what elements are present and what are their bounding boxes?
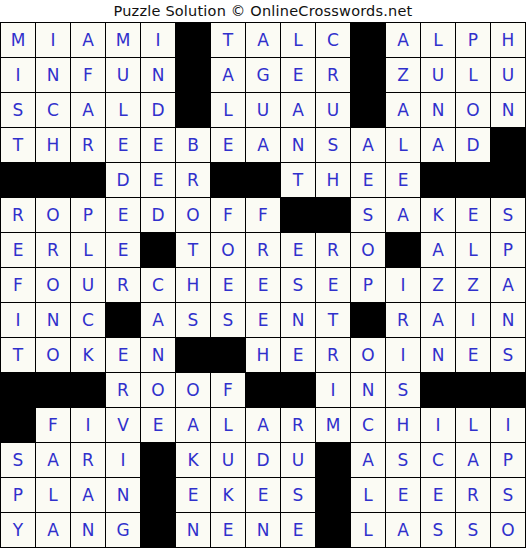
grid-cell: H [386,408,421,443]
grid-cell: K [421,198,456,233]
grid-cell: K [176,443,211,478]
grid-cell: R [456,478,491,513]
block-cell [316,478,351,513]
grid-cell: M [1,23,36,58]
grid-cell: E [141,128,176,163]
grid-cell: A [246,128,281,163]
grid-cell: A [421,233,456,268]
grid-cell: H [246,338,281,373]
block-cell [176,23,211,58]
grid-cell: A [211,58,246,93]
grid-cell: A [386,513,421,548]
grid-cell: R [71,443,106,478]
block-cell [211,338,246,373]
grid-cell: C [351,408,386,443]
grid-cell: U [71,268,106,303]
block-cell [1,408,36,443]
grid-cell: G [246,58,281,93]
grid-cell: U [316,93,351,128]
grid-cell: C [421,443,456,478]
grid-cell: H [491,23,526,58]
grid-cell: L [351,478,386,513]
grid-cell: A [281,93,316,128]
grid-cell: O [36,268,71,303]
grid-cell: S [386,373,421,408]
grid-cell: T [211,23,246,58]
grid-cell: A [71,93,106,128]
grid-cell: O [176,373,211,408]
block-cell [141,478,176,513]
grid-cell: R [106,268,141,303]
grid-cell: N [71,513,106,548]
grid-cell: N [351,373,386,408]
grid-cell: S [1,443,36,478]
grid-cell: E [386,478,421,513]
grid-cell: H [176,268,211,303]
grid-cell: I [316,373,351,408]
grid-cell: I [456,303,491,338]
grid-cell: R [246,233,281,268]
grid-cell: N [246,513,281,548]
block-cell [141,513,176,548]
grid-cell: A [421,303,456,338]
grid-cell: P [1,478,36,513]
grid-cell: R [36,233,71,268]
block-cell [351,58,386,93]
grid-cell: E [106,128,141,163]
grid-cell: E [246,478,281,513]
grid-cell: R [316,338,351,373]
grid-cell: V [106,408,141,443]
grid-cell: A [386,198,421,233]
grid-cell: T [1,128,36,163]
grid-cell: A [386,23,421,58]
grid-cell: N [36,58,71,93]
grid-cell: A [421,128,456,163]
grid-cell: E [456,198,491,233]
grid-cell: L [421,23,456,58]
grid-cell: N [141,338,176,373]
block-cell [71,373,106,408]
grid-cell: F [36,408,71,443]
grid-cell: S [491,198,526,233]
block-cell [176,58,211,93]
grid-cell: S [386,443,421,478]
grid-cell: I [71,408,106,443]
grid-cell: F [71,58,106,93]
grid-cell: A [351,128,386,163]
grid-cell: S [281,478,316,513]
grid-cell: A [456,443,491,478]
block-cell [456,373,491,408]
block-cell [351,303,386,338]
grid-cell: T [176,233,211,268]
grid-cell: E [281,513,316,548]
grid-cell: F [211,198,246,233]
grid-cell: I [386,268,421,303]
grid-cell: L [211,93,246,128]
grid-cell: O [36,338,71,373]
page-title: Puzzle Solution © OnlineCrosswords.net [0,0,526,22]
grid-cell: D [246,443,281,478]
grid-cell: C [36,93,71,128]
grid-cell: U [281,443,316,478]
grid-cell: N [141,58,176,93]
grid-cell: A [351,443,386,478]
grid-cell: S [316,128,351,163]
grid-cell: P [491,443,526,478]
block-cell [491,128,526,163]
grid-cell: P [71,198,106,233]
grid-cell: F [211,373,246,408]
grid-cell: R [316,58,351,93]
grid-cell: A [386,93,421,128]
grid-cell: E [106,233,141,268]
block-cell [491,373,526,408]
grid-cell: N [421,93,456,128]
grid-cell: C [316,23,351,58]
grid-cell: P [491,233,526,268]
block-cell [281,198,316,233]
grid-cell: I [141,23,176,58]
grid-cell: Z [386,58,421,93]
grid-cell: E [176,478,211,513]
grid-cell: I [106,443,141,478]
grid-cell: S [421,513,456,548]
block-cell [316,513,351,548]
grid-cell: L [106,93,141,128]
grid-cell: Z [456,268,491,303]
grid-cell: K [211,478,246,513]
grid-cell: E [281,233,316,268]
grid-cell: E [211,128,246,163]
grid-cell: U [211,443,246,478]
grid-cell: M [316,408,351,443]
grid-cell: L [211,408,246,443]
grid-cell: S [176,303,211,338]
grid-cell: N [281,303,316,338]
grid-cell: E [281,338,316,373]
grid-cell: F [1,268,36,303]
block-cell [141,233,176,268]
grid-cell: O [211,233,246,268]
grid-cell: N [491,303,526,338]
block-cell [106,303,141,338]
grid-cell: S [211,303,246,338]
grid-cell: A [36,443,71,478]
grid-cell: C [141,268,176,303]
grid-cell: F [246,198,281,233]
grid-cell: L [456,233,491,268]
block-cell [456,163,491,198]
block-cell [176,338,211,373]
grid-cell: O [491,513,526,548]
grid-cell: N [106,478,141,513]
block-cell [71,163,106,198]
grid-cell: L [456,408,491,443]
block-cell [36,163,71,198]
grid-cell: O [36,198,71,233]
grid-cell: N [176,513,211,548]
grid-cell: U [421,58,456,93]
grid-cell: C [71,303,106,338]
grid-cell: S [491,478,526,513]
grid-cell: E [141,163,176,198]
grid-cell: P [456,23,491,58]
grid-cell: L [351,513,386,548]
grid-cell: R [106,373,141,408]
grid-cell: L [456,58,491,93]
grid-cell: R [71,128,106,163]
block-cell [316,198,351,233]
grid-cell: E [281,58,316,93]
grid-cell: E [351,163,386,198]
grid-cell: R [176,163,211,198]
grid-cell: H [316,163,351,198]
grid-cell: A [141,303,176,338]
block-cell [351,93,386,128]
grid-cell: D [456,128,491,163]
grid-cell: E [386,163,421,198]
grid-cell: O [351,338,386,373]
grid-cell: E [106,198,141,233]
block-cell [386,233,421,268]
block-cell [1,163,36,198]
grid-cell: L [281,23,316,58]
grid-cell: A [246,408,281,443]
block-cell [36,373,71,408]
grid-cell: K [71,338,106,373]
block-cell [316,443,351,478]
block-cell [491,163,526,198]
block-cell [141,443,176,478]
grid-cell: B [176,128,211,163]
grid-cell: O [351,233,386,268]
grid-cell: T [281,163,316,198]
grid-cell: E [316,268,351,303]
grid-cell: A [71,478,106,513]
block-cell [246,373,281,408]
grid-cell: I [1,58,36,93]
grid-cell: S [281,268,316,303]
grid-cell: T [316,303,351,338]
block-cell [211,163,246,198]
grid-cell: N [36,303,71,338]
grid-cell: E [456,338,491,373]
grid-cell: E [246,303,281,338]
grid-cell: I [421,408,456,443]
grid-cell: A [71,23,106,58]
grid-cell: N [491,93,526,128]
grid-cell: T [1,338,36,373]
grid-cell: L [71,233,106,268]
grid-cell: E [421,478,456,513]
grid-cell: O [456,93,491,128]
grid-cell: O [176,198,211,233]
block-cell [421,163,456,198]
grid-cell: I [491,408,526,443]
block-cell [421,373,456,408]
block-cell [281,373,316,408]
grid-cell: I [386,338,421,373]
grid-cell: L [36,478,71,513]
grid-cell: S [351,198,386,233]
grid-cell: A [246,23,281,58]
grid-cell: N [421,338,456,373]
grid-cell: D [106,163,141,198]
grid-cell: S [1,93,36,128]
grid-cell: I [36,23,71,58]
grid-cell: Y [1,513,36,548]
grid-cell: P [351,268,386,303]
grid-cell: U [106,58,141,93]
crossword-grid: MIAMITALCALPHINFUNAGERZULUSCALDLUAUANONT… [0,22,526,548]
grid-cell: R [1,198,36,233]
block-cell [351,23,386,58]
grid-cell: H [36,128,71,163]
block-cell [176,93,211,128]
grid-cell: I [1,303,36,338]
grid-cell: S [456,513,491,548]
grid-cell: E [141,408,176,443]
grid-cell: R [281,408,316,443]
grid-cell: A [491,268,526,303]
grid-cell: N [281,128,316,163]
grid-cell: U [491,58,526,93]
block-cell [246,163,281,198]
grid-cell: E [211,268,246,303]
grid-cell: R [316,233,351,268]
grid-cell: E [211,513,246,548]
grid-cell: R [386,303,421,338]
grid-cell: Z [421,268,456,303]
grid-cell: O [141,373,176,408]
grid-cell: A [176,408,211,443]
grid-cell: E [106,338,141,373]
grid-cell: E [1,233,36,268]
grid-cell: L [386,128,421,163]
grid-cell: A [36,513,71,548]
grid-cell: U [246,93,281,128]
grid-cell: D [141,198,176,233]
grid-cell: M [106,23,141,58]
grid-cell: S [491,338,526,373]
puzzle-solution-page: Puzzle Solution © OnlineCrosswords.net M… [0,0,526,551]
grid-cell: G [106,513,141,548]
grid-cell: E [246,268,281,303]
block-cell [1,373,36,408]
grid-cell: D [141,93,176,128]
